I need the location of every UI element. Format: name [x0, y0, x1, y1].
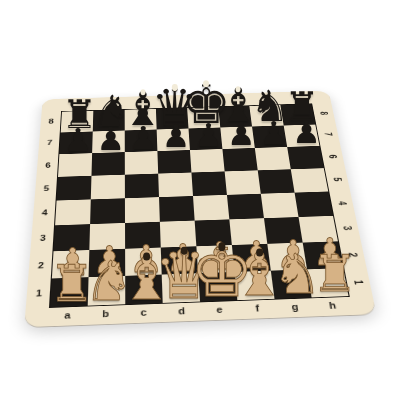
rank-label: 4 — [35, 201, 53, 227]
square-g5[interactable] — [258, 169, 295, 193]
square-e4[interactable] — [193, 195, 229, 221]
square-g4[interactable] — [261, 193, 299, 219]
rook-icon: ♜ — [312, 249, 357, 299]
square-h5[interactable] — [291, 168, 328, 192]
square-a5[interactable] — [57, 176, 92, 201]
pawn-icon: ♟ — [292, 117, 320, 149]
pawn-icon: ♟ — [96, 124, 124, 156]
rank-label: 5 — [37, 177, 55, 201]
square-f5[interactable] — [225, 170, 261, 195]
finial-tip — [218, 242, 226, 251]
square-b5[interactable] — [91, 175, 125, 200]
rank-label: 8 — [43, 111, 59, 132]
piece-black-pawn[interactable]: ♟ — [162, 122, 190, 154]
rank-label: 6 — [39, 154, 56, 177]
square-c5[interactable] — [125, 174, 159, 199]
rank-label: 1 — [29, 279, 49, 308]
finial-tip — [181, 246, 188, 255]
pawn-icon: ♟ — [227, 119, 255, 151]
rank-label: 7 — [41, 132, 58, 154]
piece-black-pawn[interactable]: ♟ — [227, 119, 255, 151]
pawn-icon: ♟ — [129, 123, 157, 155]
board-scene: 87654321 87654321 abcdefgh — [0, 0, 400, 400]
pawn-icon: ♟ — [64, 125, 92, 157]
piece-black-pawn[interactable]: ♟ — [194, 120, 222, 152]
piece-black-pawn[interactable]: ♟ — [260, 118, 288, 150]
square-f4[interactable] — [227, 194, 264, 220]
square-h4[interactable] — [295, 191, 333, 217]
piece-black-pawn[interactable]: ♟ — [64, 125, 92, 157]
pawn-icon: ♟ — [162, 122, 190, 154]
piece-white-rook[interactable]: ♜ — [312, 249, 357, 299]
rank-label: 3 — [33, 226, 52, 253]
piece-black-pawn[interactable]: ♟ — [292, 117, 320, 149]
finial-tip — [143, 253, 150, 261]
square-e5[interactable] — [191, 171, 226, 196]
pawn-icon: ♟ — [194, 120, 222, 152]
square-d4[interactable] — [159, 196, 195, 222]
finial-tip — [172, 84, 178, 91]
piece-black-pawn[interactable]: ♟ — [96, 124, 124, 156]
photo-background: 87654321 87654321 abcdefgh ♜♞♝♛♚♝♞♜♟♟♟♟♟… — [0, 0, 400, 400]
square-d5[interactable] — [158, 173, 193, 198]
rank-label: 2 — [31, 252, 50, 280]
square-c4[interactable] — [125, 197, 160, 223]
finial-tip — [256, 249, 263, 257]
square-a4[interactable] — [55, 199, 91, 225]
square-b4[interactable] — [90, 198, 125, 224]
piece-black-pawn[interactable]: ♟ — [129, 123, 157, 155]
pawn-icon: ♟ — [260, 118, 288, 150]
